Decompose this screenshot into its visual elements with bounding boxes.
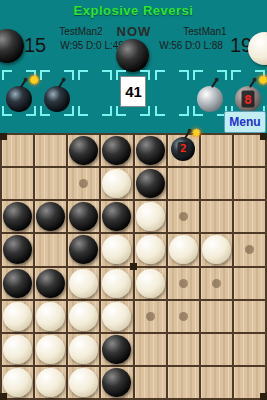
bomb-tray-slot-4[interactable]: 41	[116, 70, 150, 116]
board-cell-r4c6[interactable]	[201, 268, 232, 299]
board-cell-r5c0[interactable]	[2, 301, 33, 332]
board-cell-r2c5[interactable]	[168, 201, 199, 232]
board-cell-r6c3[interactable]	[101, 334, 132, 365]
white-disc	[69, 269, 98, 298]
board-corner-marker	[0, 133, 7, 140]
board-cell-r5c1[interactable]	[35, 301, 66, 332]
board-cell-r2c6[interactable]	[201, 201, 232, 232]
black-disc	[102, 335, 131, 364]
white-disc	[169, 235, 198, 264]
bomb-fuse-icon	[184, 131, 190, 139]
game-title: Explosive Reversi	[0, 3, 267, 18]
board-cell-r0c6[interactable]	[201, 135, 232, 166]
bomb-tray-slot-1[interactable]: ✹	[2, 70, 36, 116]
white-player-stone-icon	[248, 32, 267, 65]
legal-move-hint	[146, 312, 155, 321]
white-disc	[102, 169, 131, 198]
board-area: ✹2	[0, 133, 267, 400]
board-cell-r4c5[interactable]	[168, 268, 199, 299]
board-cell-r1c6[interactable]	[201, 168, 232, 199]
black-disc	[136, 136, 165, 165]
header: Explosive Reversi 15 TestMan2 W:95 D:0 L…	[0, 0, 267, 133]
white-disc	[102, 235, 131, 264]
black-disc	[3, 202, 32, 231]
board-cell-r6c7[interactable]	[234, 334, 265, 365]
board-cell-r6c4[interactable]	[135, 334, 166, 365]
board-cell-r2c0[interactable]	[2, 201, 33, 232]
white-disc	[36, 302, 65, 331]
board-cell-r4c3[interactable]	[101, 268, 132, 299]
black-disc	[3, 235, 32, 264]
black-disc	[3, 269, 32, 298]
board-cell-r3c4[interactable]	[135, 234, 166, 265]
legal-move-hint	[179, 312, 188, 321]
board-cell-r2c1[interactable]	[35, 201, 66, 232]
board-center-marker	[130, 263, 137, 270]
bomb-fuse-icon	[20, 80, 26, 88]
board-cell-r7c6[interactable]	[201, 367, 232, 398]
board-cell-r5c7[interactable]	[234, 301, 265, 332]
board-cell-r5c2[interactable]	[68, 301, 99, 332]
turn-stone-icon	[116, 39, 149, 72]
bomb-fuse-icon	[249, 80, 255, 88]
black-player-name: TestMan2	[46, 26, 116, 37]
board-corner-marker	[0, 393, 7, 400]
board-cell-r3c1[interactable]	[35, 234, 66, 265]
board-cell-r5c3[interactable]	[101, 301, 132, 332]
bomb-black-icon[interactable]	[44, 86, 70, 112]
bomb-timer-icon[interactable]: ✹8	[235, 86, 261, 112]
board-cell-r0c4[interactable]	[135, 135, 166, 166]
white-disc	[3, 368, 32, 397]
white-disc	[36, 335, 65, 364]
bomb-tray-slot-5[interactable]	[155, 70, 189, 116]
white-disc	[136, 269, 165, 298]
legal-move-hint	[79, 179, 88, 188]
board-cell-r4c7[interactable]	[234, 268, 265, 299]
black-disc	[69, 202, 98, 231]
board-cell-r4c4[interactable]	[135, 268, 166, 299]
board-cell-r4c1[interactable]	[35, 268, 66, 299]
board-cell-r1c4[interactable]	[135, 168, 166, 199]
bomb-silver-icon[interactable]	[197, 86, 223, 112]
board-cell-r3c6[interactable]	[201, 234, 232, 265]
menu-button[interactable]: Menu	[224, 111, 266, 133]
board-cell-r0c3[interactable]	[101, 135, 132, 166]
board-cell-r1c0[interactable]	[2, 168, 33, 199]
white-disc	[102, 269, 131, 298]
black-disc	[102, 368, 131, 397]
board-cell-r6c6[interactable]	[201, 334, 232, 365]
board-cell-r3c2[interactable]	[68, 234, 99, 265]
board-cell-r7c1[interactable]	[35, 367, 66, 398]
board-cell-r2c4[interactable]	[135, 201, 166, 232]
white-disc	[202, 235, 231, 264]
black-disc	[69, 136, 98, 165]
white-disc	[69, 368, 98, 397]
board-cell-r1c7[interactable]	[234, 168, 265, 199]
black-score: 15	[24, 34, 46, 57]
white-disc	[136, 202, 165, 231]
board-cell-r2c7[interactable]	[234, 201, 265, 232]
board-cell-r6c0[interactable]	[2, 334, 33, 365]
bomb-tray-slot-2[interactable]	[40, 70, 74, 116]
board-cell-r3c5[interactable]	[168, 234, 199, 265]
white-disc	[136, 235, 165, 264]
board-cell-r0c2[interactable]	[68, 135, 99, 166]
board-cell-r1c1[interactable]	[35, 168, 66, 199]
bomb-black-icon[interactable]: ✹	[6, 86, 32, 112]
black-disc	[102, 202, 131, 231]
turn-indicator-label: NOW	[108, 24, 160, 39]
board-cell-r1c2[interactable]	[68, 168, 99, 199]
black-player-stone-icon	[0, 29, 24, 63]
legal-move-hint	[245, 245, 254, 254]
white-disc	[3, 302, 32, 331]
lit-fuse-spark-icon: ✹	[28, 73, 40, 87]
white-disc	[102, 302, 131, 331]
bomb-tray-slot-6[interactable]	[193, 70, 227, 116]
board-cell-r1c3[interactable]	[101, 168, 132, 199]
board-cell-r3c3[interactable]	[101, 234, 132, 265]
bomb-tray-slot-7[interactable]: ✹8	[231, 70, 265, 116]
board-cell-r3c0[interactable]	[2, 234, 33, 265]
app-window: Explosive Reversi 15 TestMan2 W:95 D:0 L…	[0, 0, 267, 400]
bomb-fuse-icon	[211, 80, 217, 88]
board-cell-r6c2[interactable]	[68, 334, 99, 365]
board-cell-r7c2[interactable]	[68, 367, 99, 398]
legal-move-hint	[212, 279, 221, 288]
board-cell-r5c4[interactable]	[135, 301, 166, 332]
bomb-fuse-icon	[58, 80, 64, 88]
legal-move-hint	[179, 212, 188, 221]
board-cell-r0c1[interactable]	[35, 135, 66, 166]
board-cell-r0c5[interactable]: ✹2	[168, 135, 199, 166]
board-cell-r1c5[interactable]	[168, 168, 199, 199]
white-player-record: W:56 D:0 L:88	[146, 40, 236, 51]
move-number-box: 41	[120, 76, 146, 107]
bomb-timer-display: 8	[241, 91, 254, 108]
board-cell-r3c7[interactable]	[234, 234, 265, 265]
board-cell-r2c2[interactable]	[68, 201, 99, 232]
board-cell-r7c3[interactable]	[101, 367, 132, 398]
board-cell-r2c3[interactable]	[101, 201, 132, 232]
white-disc	[69, 302, 98, 331]
lit-fuse-spark-icon: ✹	[191, 126, 201, 140]
board-corner-marker	[260, 393, 267, 400]
board-corner-marker	[260, 133, 267, 140]
board-cell-r7c4[interactable]	[135, 367, 166, 398]
black-disc	[69, 235, 98, 264]
board-cell-r7c5[interactable]	[168, 367, 199, 398]
white-disc	[3, 335, 32, 364]
black-disc	[102, 136, 131, 165]
board-cell-r5c5[interactable]	[168, 301, 199, 332]
white-disc	[36, 368, 65, 397]
bomb-tray-slot-3[interactable]	[78, 70, 112, 116]
board-cell-r5c6[interactable]	[201, 301, 232, 332]
black-disc	[136, 169, 165, 198]
white-disc	[69, 335, 98, 364]
board-cell-r4c2[interactable]	[68, 268, 99, 299]
black-disc	[36, 202, 65, 231]
board-cell-r4c0[interactable]	[2, 268, 33, 299]
legal-move-hint	[179, 279, 188, 288]
board-bomb-icon: ✹2	[171, 137, 195, 161]
black-disc	[36, 269, 65, 298]
bomb-timer-display: 2	[178, 142, 189, 156]
board-cell-r6c5[interactable]	[168, 334, 199, 365]
lit-fuse-spark-icon: ✹	[257, 73, 267, 87]
board-cell-r6c1[interactable]	[35, 334, 66, 365]
